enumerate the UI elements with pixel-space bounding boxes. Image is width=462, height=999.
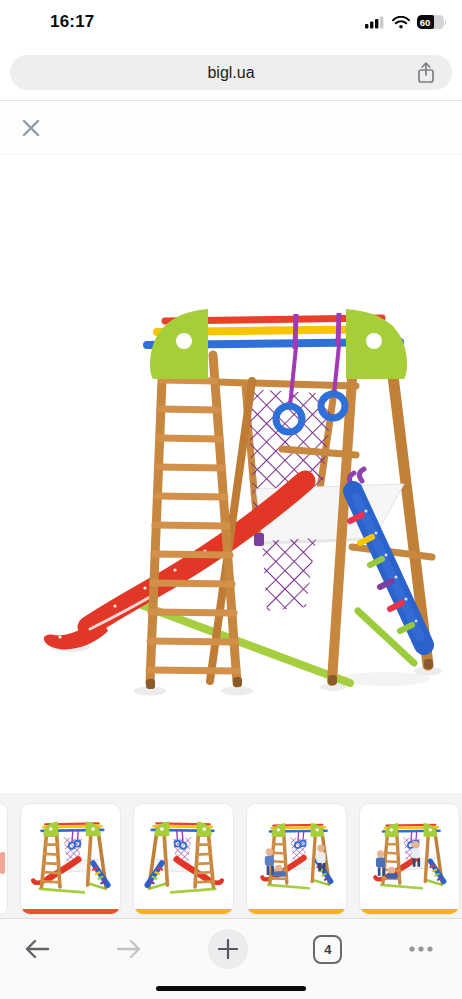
thumbnail-strip [0,793,462,918]
browser-screen: 16:17 60 bigl.ua [0,0,462,999]
share-button[interactable] [413,60,439,86]
url-text: bigl.ua [207,64,254,82]
thumbnail-gym-with-children-1[interactable] [246,803,347,915]
share-icon [416,61,436,85]
viewer-header [0,101,462,155]
new-tab-button[interactable] [208,929,248,969]
thumbnail-accent-bar [360,909,459,914]
forward-icon [116,937,142,961]
thumbnail-gym-side-view[interactable] [133,803,234,915]
wall-ladder [149,355,252,683]
more-button[interactable] [408,945,434,953]
thumbnail-accent-bar [247,909,346,914]
cellular-signal-icon [365,16,385,29]
lower-net [262,538,316,611]
product-photo[interactable] [0,285,462,765]
tab-count: 4 [324,942,331,957]
back-icon [24,937,50,961]
back-button[interactable] [24,937,50,961]
battery-icon: 60 [417,15,447,29]
thumbnail-gym-with-children-2[interactable] [359,803,460,915]
status-bar: 16:17 60 [0,0,462,44]
thumbnail-partial[interactable] [0,803,8,915]
close-button[interactable] [18,115,44,141]
forward-button[interactable] [116,937,142,961]
status-icons: 60 [365,15,447,29]
browser-toolbar: 4 [0,918,462,999]
url-bar-row: bigl.ua [0,44,462,101]
wifi-icon [392,16,410,29]
floor-shadows [50,642,442,696]
address-bar[interactable]: bigl.ua [10,55,452,90]
clock: 16:17 [50,12,94,32]
home-indicator[interactable] [156,986,306,991]
battery-percent: 60 [420,17,431,28]
thumbnail-gym-front-view[interactable] [20,803,121,915]
close-icon [20,117,42,139]
tabs-button[interactable]: 4 [313,935,342,964]
thumbnail-accent-bar [134,909,233,914]
thumbnail-accent-bar [21,909,120,914]
new-tab-icon [218,939,238,959]
more-icon [408,945,434,953]
